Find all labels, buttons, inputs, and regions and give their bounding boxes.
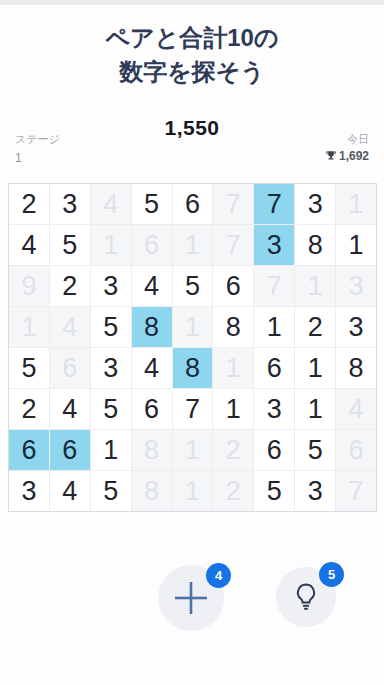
grid-cell-r4c3[interactable]: 5 [91, 307, 131, 347]
grid-cell-r4c2: 4 [50, 307, 90, 347]
grid-cell-r5c3[interactable]: 3 [91, 348, 131, 388]
grid-cell-r8c9: 7 [336, 471, 376, 511]
grid-cell-r4c7[interactable]: 1 [254, 307, 294, 347]
grid-cell-r1c5[interactable]: 6 [173, 184, 213, 224]
grid-cell-r5c1[interactable]: 5 [9, 348, 49, 388]
grid-cell-r5c6: 1 [213, 348, 253, 388]
grid-cell-r6c8[interactable]: 1 [295, 389, 335, 429]
grid-cell-r7c6: 2 [213, 430, 253, 470]
trophy-count: 1,692 [339, 149, 369, 163]
grid-cell-r3c1: 9 [9, 266, 49, 306]
grid-cell-r8c7[interactable]: 5 [254, 471, 294, 511]
grid-cell-r1c3: 4 [91, 184, 131, 224]
grid-cell-r2c4: 6 [132, 225, 172, 265]
grid-cell-r3c6[interactable]: 6 [213, 266, 253, 306]
status-bar-strip [0, 0, 384, 5]
grid-cell-r6c9: 4 [336, 389, 376, 429]
grid-cell-r7c9: 6 [336, 430, 376, 470]
grid-cell-r3c4[interactable]: 4 [132, 266, 172, 306]
grid-cell-r2c7[interactable]: 3 [254, 225, 294, 265]
today-label: 今日 [347, 132, 369, 147]
grid-cell-r1c2[interactable]: 3 [50, 184, 90, 224]
grid-cell-r7c3[interactable]: 1 [91, 430, 131, 470]
grid-cell-r4c5: 1 [173, 307, 213, 347]
grid-cell-r7c2[interactable]: 6 [50, 430, 90, 470]
grid-cell-r8c6: 2 [213, 471, 253, 511]
grid-cell-r3c2[interactable]: 2 [50, 266, 90, 306]
hint-button-badge: 5 [319, 562, 344, 587]
grid-cell-r7c1[interactable]: 6 [9, 430, 49, 470]
grid-cell-r1c6: 7 [213, 184, 253, 224]
grid-cell-r2c1[interactable]: 4 [9, 225, 49, 265]
grid-cell-r7c4: 8 [132, 430, 172, 470]
grid-cell-r5c7[interactable]: 6 [254, 348, 294, 388]
page-title: ペアと合計10の 数字を探そう [0, 21, 384, 89]
grid-cell-r1c9: 1 [336, 184, 376, 224]
grid-cell-r1c1[interactable]: 2 [9, 184, 49, 224]
grid-cell-r7c8[interactable]: 5 [295, 430, 335, 470]
trophy-icon [325, 150, 337, 162]
stage-value: 1 [15, 151, 22, 165]
grid-cell-r2c9[interactable]: 1 [336, 225, 376, 265]
grid-cell-r2c3: 1 [91, 225, 131, 265]
add-button-badge: 4 [206, 563, 231, 588]
grid-cell-r6c7[interactable]: 3 [254, 389, 294, 429]
grid-cell-r3c8: 1 [295, 266, 335, 306]
title-line-2: 数字を探そう [0, 55, 384, 89]
grid-cell-r6c5[interactable]: 7 [173, 389, 213, 429]
grid-cell-r3c9: 3 [336, 266, 376, 306]
grid-cell-r1c7[interactable]: 7 [254, 184, 294, 224]
grid-cell-r4c8[interactable]: 2 [295, 307, 335, 347]
lightbulb-icon [292, 582, 320, 612]
grid-cell-r2c2[interactable]: 5 [50, 225, 90, 265]
grid-cell-r8c5: 1 [173, 471, 213, 511]
grid-cell-r2c6: 7 [213, 225, 253, 265]
grid-cell-r6c1[interactable]: 2 [9, 389, 49, 429]
game-grid: 2345677314516173819234567131458181235634… [8, 183, 377, 512]
grid-cell-r3c5[interactable]: 5 [173, 266, 213, 306]
grid-cell-r8c3[interactable]: 5 [91, 471, 131, 511]
stage-label: ステージ [15, 132, 60, 147]
grid-cell-r3c7: 7 [254, 266, 294, 306]
grid-cell-r8c8[interactable]: 3 [295, 471, 335, 511]
plus-icon [172, 579, 210, 617]
title-line-1: ペアと合計10の [0, 21, 384, 55]
grid-cell-r6c4[interactable]: 6 [132, 389, 172, 429]
grid-cell-r3c3[interactable]: 3 [91, 266, 131, 306]
grid-cell-r1c4[interactable]: 5 [132, 184, 172, 224]
grid-cell-r2c8[interactable]: 8 [295, 225, 335, 265]
grid-cell-r4c6[interactable]: 8 [213, 307, 253, 347]
grid-cell-r5c9[interactable]: 8 [336, 348, 376, 388]
grid-cell-r6c6[interactable]: 1 [213, 389, 253, 429]
grid-cell-r6c2[interactable]: 4 [50, 389, 90, 429]
grid-cell-r5c8[interactable]: 1 [295, 348, 335, 388]
grid-cell-r1c8[interactable]: 3 [295, 184, 335, 224]
grid-cell-r7c7[interactable]: 6 [254, 430, 294, 470]
grid-cell-r8c1[interactable]: 3 [9, 471, 49, 511]
grid-cell-r8c4: 8 [132, 471, 172, 511]
grid-cell-r6c3[interactable]: 5 [91, 389, 131, 429]
grid-cell-r2c5: 1 [173, 225, 213, 265]
today-score: 1,692 [325, 149, 369, 163]
grid-cell-r5c5[interactable]: 8 [173, 348, 213, 388]
grid-cell-r7c5: 1 [173, 430, 213, 470]
grid-cell-r4c1: 1 [9, 307, 49, 347]
grid-cell-r8c2[interactable]: 4 [50, 471, 90, 511]
grid-cell-r5c2: 6 [50, 348, 90, 388]
grid-cell-r4c9[interactable]: 3 [336, 307, 376, 347]
grid-cell-r4c4[interactable]: 8 [132, 307, 172, 347]
grid-cell-r5c4[interactable]: 4 [132, 348, 172, 388]
